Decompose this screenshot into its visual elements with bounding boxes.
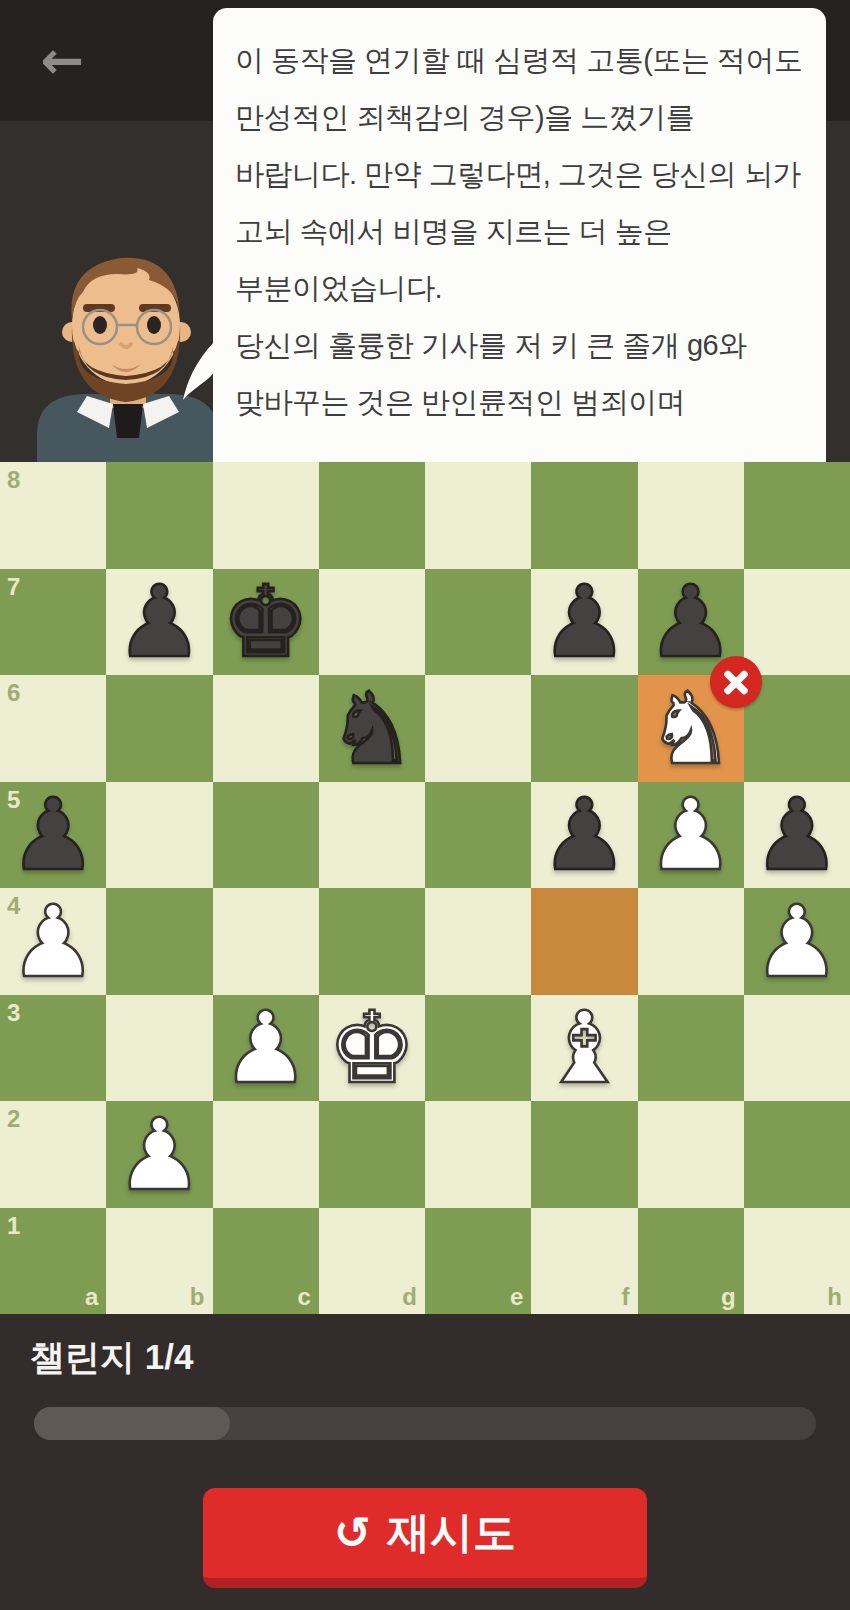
file-label-e: e <box>510 1285 523 1309</box>
square-e1[interactable]: e <box>425 1208 531 1315</box>
bubble-text-line: 이 동작을 연기할 때 심령적 고통(또는 적어도 <box>235 32 806 89</box>
square-c2[interactable] <box>213 1101 319 1208</box>
square-a1[interactable]: 1a <box>0 1208 106 1315</box>
square-d7[interactable] <box>319 569 425 676</box>
square-f8[interactable] <box>531 462 637 569</box>
file-label-c: c <box>297 1285 310 1309</box>
square-f5[interactable]: ♟ <box>531 782 637 889</box>
square-e2[interactable] <box>425 1101 531 1208</box>
square-e3[interactable] <box>425 995 531 1102</box>
rank-label-5: 5 <box>7 788 20 812</box>
white-pawn-g5: ♟ <box>638 782 744 889</box>
square-g3[interactable] <box>638 995 744 1102</box>
square-e4[interactable] <box>425 888 531 995</box>
white-bishop-f3: ♝ <box>531 995 637 1102</box>
square-h3[interactable] <box>744 995 850 1102</box>
black-pawn-f5: ♟ <box>531 782 637 889</box>
white-king-d3: ♚ <box>319 995 425 1102</box>
square-c8[interactable] <box>213 462 319 569</box>
square-a5[interactable]: 5♟ <box>0 782 106 889</box>
challenge-progress-label: 챌린지 1/4 <box>30 1334 193 1381</box>
square-d2[interactable] <box>319 1101 425 1208</box>
app-screen: ← <box>0 0 850 1610</box>
square-a6[interactable]: 6 <box>0 675 106 782</box>
back-arrow-icon[interactable]: ← <box>30 28 94 92</box>
white-pawn-b2: ♟ <box>106 1101 212 1208</box>
square-g1[interactable]: g <box>638 1208 744 1315</box>
square-f2[interactable] <box>531 1101 637 1208</box>
square-g4[interactable] <box>638 888 744 995</box>
square-h1[interactable]: h <box>744 1208 850 1315</box>
white-pawn-h4: ♟ <box>744 888 850 995</box>
square-b5[interactable] <box>106 782 212 889</box>
file-label-b: b <box>190 1285 205 1309</box>
rank-label-8: 8 <box>7 468 20 492</box>
footer-panel: 챌린지 1/4 ↺ 재시도 <box>0 1314 850 1610</box>
wrong-move-x-icon <box>710 656 762 708</box>
square-c1[interactable]: c <box>213 1208 319 1315</box>
square-d5[interactable] <box>319 782 425 889</box>
rank-label-4: 4 <box>7 894 20 918</box>
square-c6[interactable] <box>213 675 319 782</box>
square-d3[interactable]: ♚ <box>319 995 425 1102</box>
file-label-f: f <box>622 1285 630 1309</box>
black-knight-d6: ♞ <box>319 675 425 782</box>
square-d6[interactable]: ♞ <box>319 675 425 782</box>
square-b6[interactable] <box>106 675 212 782</box>
bubble-text-line: 맞바꾸는 것은 반인륜적인 범죄이며 <box>235 374 806 431</box>
square-h8[interactable] <box>744 462 850 569</box>
square-e7[interactable] <box>425 569 531 676</box>
black-pawn-h5: ♟ <box>744 782 850 889</box>
retry-button[interactable]: ↺ 재시도 <box>203 1488 647 1588</box>
rank-label-1: 1 <box>7 1214 20 1238</box>
bubble-text-line: 부분이었습니다. <box>235 260 806 317</box>
square-h5[interactable]: ♟ <box>744 782 850 889</box>
square-a2[interactable]: 2 <box>0 1101 106 1208</box>
rank-label-7: 7 <box>7 575 20 599</box>
file-label-h: h <box>827 1285 842 1309</box>
black-pawn-f7: ♟ <box>531 569 637 676</box>
square-g8[interactable] <box>638 462 744 569</box>
black-pawn-b7: ♟ <box>106 569 212 676</box>
square-b1[interactable]: b <box>106 1208 212 1315</box>
square-h7[interactable] <box>744 569 850 676</box>
square-c5[interactable] <box>213 782 319 889</box>
square-f7[interactable]: ♟ <box>531 569 637 676</box>
square-a7[interactable]: 7 <box>0 569 106 676</box>
bubble-text-line: 당신의 훌륭한 기사를 저 키 큰 졸개 g6와 <box>235 317 806 374</box>
square-d1[interactable]: d <box>319 1208 425 1315</box>
square-e8[interactable] <box>425 462 531 569</box>
file-label-g: g <box>721 1285 736 1309</box>
square-b4[interactable] <box>106 888 212 995</box>
retry-button-label: 재시도 <box>387 1504 516 1562</box>
square-c4[interactable] <box>213 888 319 995</box>
square-b8[interactable] <box>106 462 212 569</box>
black-king-c7: ♚ <box>213 569 319 676</box>
white-pawn-c3: ♟ <box>213 995 319 1102</box>
square-g2[interactable] <box>638 1101 744 1208</box>
square-h4[interactable]: ♟ <box>744 888 850 995</box>
rank-label-3: 3 <box>7 1001 20 1025</box>
file-label-a: a <box>85 1285 98 1309</box>
square-g5[interactable]: ♟ <box>638 782 744 889</box>
square-a8[interactable]: 8 <box>0 462 106 569</box>
coach-speech-bubble: 이 동작을 연기할 때 심령적 고통(또는 적어도 만성적인 죄책감의 경우)을… <box>213 8 826 463</box>
square-a3[interactable]: 3 <box>0 995 106 1102</box>
challenge-progress-bar <box>34 1407 816 1440</box>
square-d8[interactable] <box>319 462 425 569</box>
rank-label-6: 6 <box>7 681 20 705</box>
square-b2[interactable]: ♟ <box>106 1101 212 1208</box>
retry-arrow-icon: ↺ <box>334 1511 371 1555</box>
square-b3[interactable] <box>106 995 212 1102</box>
bubble-text-line: 고뇌 속에서 비명을 지르는 더 높은 <box>235 203 806 260</box>
bubble-text-line: 바랍니다. 만약 그렇다면, 그것은 당신의 뇌가 <box>235 146 806 203</box>
chess-board: 87♟♚♟♟6♞♞5♟♟♟♟4♟♟3♟♚♝2♟1abcdefgh <box>0 462 850 1314</box>
bubble-text-line: 만성적인 죄책감의 경우)을 느꼈기를 <box>235 89 806 146</box>
square-e5[interactable] <box>425 782 531 889</box>
challenge-progress-fill <box>34 1407 230 1440</box>
square-c3[interactable]: ♟ <box>213 995 319 1102</box>
square-h2[interactable] <box>744 1101 850 1208</box>
rank-label-2: 2 <box>7 1107 20 1131</box>
square-b7[interactable]: ♟ <box>106 569 212 676</box>
square-a4[interactable]: 4♟ <box>0 888 106 995</box>
file-label-d: d <box>402 1285 417 1309</box>
speech-bubble-tail <box>183 342 214 402</box>
square-f1[interactable]: f <box>531 1208 637 1315</box>
square-e6[interactable] <box>425 675 531 782</box>
square-c7[interactable]: ♚ <box>213 569 319 676</box>
square-f3[interactable]: ♝ <box>531 995 637 1102</box>
square-d4[interactable] <box>319 888 425 995</box>
square-f6[interactable] <box>531 675 637 782</box>
square-f4[interactable] <box>531 888 637 995</box>
